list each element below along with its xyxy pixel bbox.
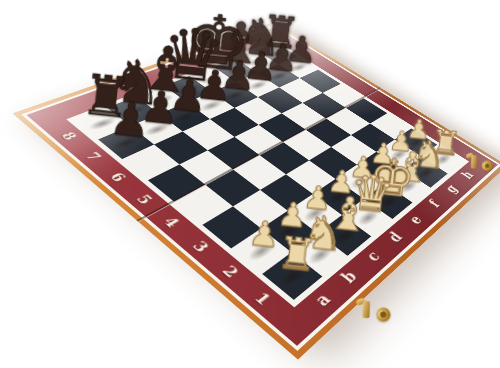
clasp-arm [362, 301, 370, 318]
brass-clasp-front [356, 293, 393, 330]
clasp-arm [471, 155, 477, 168]
clasp-eyelet-icon [374, 305, 392, 323]
chess-set-photo: ♜♞♝♛♚♝♞♜♟♟♟♟♟♟♟♟♟♟♟♟♟♟♟♟♜♞♝♛♚♝♞♜ 1234567… [0, 0, 500, 368]
chess-board-plane: ♜♞♝♛♚♝♞♜♟♟♟♟♟♟♟♟♟♟♟♟♟♟♟♟♜♞♝♛♚♝♞♜ 1234567… [13, 22, 500, 359]
white-rook-a1: ♜ [257, 229, 336, 280]
pieces-layer: ♜♞♝♛♚♝♞♜♟♟♟♟♟♟♟♟♟♟♟♟♟♟♟♟♜♞♝♛♚♝♞♜ [13, 22, 500, 359]
black-pawn-a7: ♟ [89, 93, 171, 147]
